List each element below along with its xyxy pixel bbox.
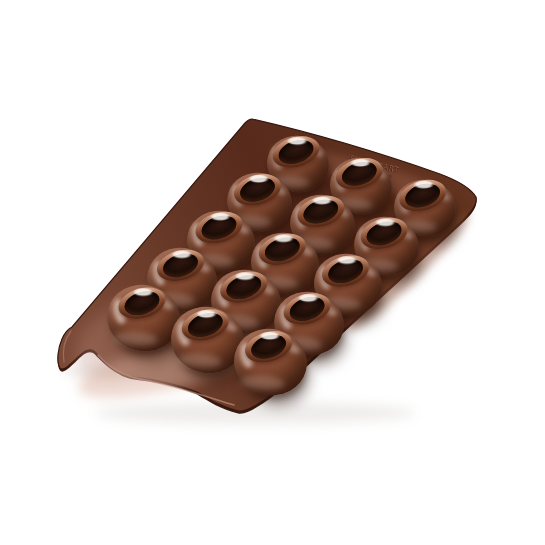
cavity-ring <box>313 251 379 292</box>
cavity-ring <box>186 207 252 248</box>
dome-highlight <box>240 374 285 392</box>
cavity-ring <box>351 213 417 254</box>
cavity-ring <box>249 229 315 270</box>
product-photo: SILIKOMART SILIKOMART <box>0 0 545 545</box>
cavity-ring <box>274 288 340 329</box>
cavity-ring <box>172 304 238 345</box>
cavity-ring <box>236 326 302 367</box>
dome-highlight <box>177 352 222 370</box>
cavity-ring <box>390 175 456 216</box>
cavity-ring <box>225 169 291 210</box>
cavity-ring <box>109 283 175 324</box>
cavity-ring <box>288 191 354 232</box>
dome-highlight <box>113 331 158 349</box>
cavity-ring <box>211 267 277 308</box>
cavity-ring <box>326 153 392 194</box>
cavity-ring <box>263 131 329 172</box>
cavity-ring <box>148 245 214 286</box>
